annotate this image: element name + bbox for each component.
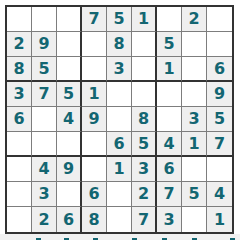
cell-r4c2: 7: [32, 82, 57, 107]
cell-r9c3: 6: [57, 207, 82, 232]
cell-r6c2[interactable]: [32, 132, 57, 157]
cell-r9c2: 2: [32, 207, 57, 232]
cell-r3c4[interactable]: [82, 57, 107, 82]
cell-r7c5: 1: [107, 157, 132, 182]
cell-r6c1[interactable]: [7, 132, 32, 157]
cell-r3c1: 8: [7, 57, 32, 82]
cell-r9c8[interactable]: [182, 207, 207, 232]
cell-r7c9[interactable]: [207, 157, 232, 182]
cell-r9c7: 3: [157, 207, 182, 232]
cell-r4c4: 1: [82, 82, 107, 107]
sudoku-board: 7512298585316375196498356541749136362754…: [5, 5, 234, 234]
cell-r4c8[interactable]: [182, 82, 207, 107]
cell-r6c6: 5: [132, 132, 157, 157]
cell-r6c8: 1: [182, 132, 207, 157]
cell-r6c3[interactable]: [57, 132, 82, 157]
cell-r8c4: 6: [82, 182, 107, 207]
cell-r9c5[interactable]: [107, 207, 132, 232]
below-grid-strip: [0, 234, 240, 240]
cell-r2c2: 9: [32, 32, 57, 57]
cell-r1c4: 7: [82, 7, 107, 32]
cell-r2c4[interactable]: [82, 32, 107, 57]
cell-r5c4: 9: [82, 107, 107, 132]
cell-r3c6[interactable]: [132, 57, 157, 82]
cell-r2c7: 5: [157, 32, 182, 57]
cell-r8c2: 3: [32, 182, 57, 207]
cell-r6c5: 6: [107, 132, 132, 157]
cell-r1c7[interactable]: [157, 7, 182, 32]
cell-r8c9: 4: [207, 182, 232, 207]
cell-r3c2: 5: [32, 57, 57, 82]
cell-r2c8[interactable]: [182, 32, 207, 57]
cell-r5c2[interactable]: [32, 107, 57, 132]
cell-r7c4[interactable]: [82, 157, 107, 182]
cell-r4c5[interactable]: [107, 82, 132, 107]
cell-r3c7: 1: [157, 57, 182, 82]
cell-r2c3[interactable]: [57, 32, 82, 57]
cell-r6c7: 4: [157, 132, 182, 157]
cell-r7c1[interactable]: [7, 157, 32, 182]
cell-r1c5: 5: [107, 7, 132, 32]
cell-r5c7[interactable]: [157, 107, 182, 132]
cell-r5c9: 5: [207, 107, 232, 132]
cell-r3c5: 3: [107, 57, 132, 82]
cell-r5c1: 6: [7, 107, 32, 132]
cell-r2c6[interactable]: [132, 32, 157, 57]
cell-r1c9[interactable]: [207, 7, 232, 32]
page: 7512298585316375196498356541749136362754…: [0, 0, 240, 240]
cell-r1c2[interactable]: [32, 7, 57, 32]
cell-r8c1[interactable]: [7, 182, 32, 207]
cell-r5c8: 3: [182, 107, 207, 132]
cell-r9c1[interactable]: [7, 207, 32, 232]
cell-r4c3: 5: [57, 82, 82, 107]
cell-r7c6: 3: [132, 157, 157, 182]
cell-r7c8[interactable]: [182, 157, 207, 182]
cell-r7c2: 4: [32, 157, 57, 182]
cell-r9c9: 1: [207, 207, 232, 232]
cell-r6c9: 7: [207, 132, 232, 157]
cell-r1c3[interactable]: [57, 7, 82, 32]
cell-r6c4[interactable]: [82, 132, 107, 157]
cell-r8c3[interactable]: [57, 182, 82, 207]
cell-r9c4: 8: [82, 207, 107, 232]
cell-r1c8: 2: [182, 7, 207, 32]
cell-r5c3: 4: [57, 107, 82, 132]
cell-r5c6: 8: [132, 107, 157, 132]
cell-r2c1: 2: [7, 32, 32, 57]
cell-r2c9[interactable]: [207, 32, 232, 57]
cell-r3c3[interactable]: [57, 57, 82, 82]
cell-r4c6[interactable]: [132, 82, 157, 107]
cell-r4c9: 9: [207, 82, 232, 107]
cell-r9c6: 7: [132, 207, 157, 232]
cell-r3c8[interactable]: [182, 57, 207, 82]
cell-r3c9: 6: [207, 57, 232, 82]
cell-r4c1: 3: [7, 82, 32, 107]
cell-r7c7: 6: [157, 157, 182, 182]
cell-r8c5[interactable]: [107, 182, 132, 207]
cell-r4c7[interactable]: [157, 82, 182, 107]
cell-r1c6: 1: [132, 7, 157, 32]
cell-r8c6: 2: [132, 182, 157, 207]
cell-r7c3: 9: [57, 157, 82, 182]
cell-r5c5[interactable]: [107, 107, 132, 132]
cell-r1c1[interactable]: [7, 7, 32, 32]
cell-r8c8: 5: [182, 182, 207, 207]
cell-r8c7: 7: [157, 182, 182, 207]
cell-r2c5: 8: [107, 32, 132, 57]
